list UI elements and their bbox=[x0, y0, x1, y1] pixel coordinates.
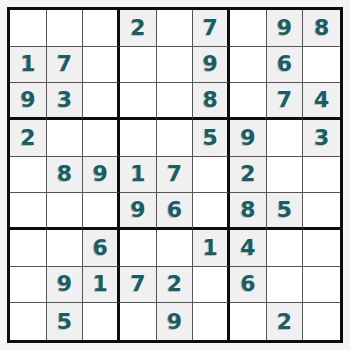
cell-r7c5[interactable] bbox=[157, 230, 194, 267]
cell-r2c6: 9 bbox=[193, 47, 230, 84]
cell-r3c6: 8 bbox=[193, 83, 230, 120]
cell-r4c6: 5 bbox=[193, 120, 230, 157]
cell-r1c5[interactable] bbox=[157, 10, 194, 47]
cell-r7c1[interactable] bbox=[10, 230, 47, 267]
cell-r9c8: 2 bbox=[267, 303, 304, 340]
cell-r9c9[interactable] bbox=[303, 303, 340, 340]
cell-r2c5[interactable] bbox=[157, 47, 194, 84]
cell-r8c2: 9 bbox=[47, 267, 84, 304]
cell-r5c7: 2 bbox=[230, 157, 267, 194]
cell-r4c7: 9 bbox=[230, 120, 267, 157]
cell-r1c6: 7 bbox=[193, 10, 230, 47]
cell-r9c1[interactable] bbox=[10, 303, 47, 340]
cell-r8c1[interactable] bbox=[10, 267, 47, 304]
cell-r2c1: 1 bbox=[10, 47, 47, 84]
cell-r6c8: 5 bbox=[267, 193, 304, 230]
cell-r3c7[interactable] bbox=[230, 83, 267, 120]
cell-r7c2[interactable] bbox=[47, 230, 84, 267]
cell-r3c5[interactable] bbox=[157, 83, 194, 120]
cell-r2c3[interactable] bbox=[83, 47, 120, 84]
cell-r4c8[interactable] bbox=[267, 120, 304, 157]
cell-r7c8[interactable] bbox=[267, 230, 304, 267]
cell-r8c5: 2 bbox=[157, 267, 194, 304]
cell-r1c8: 9 bbox=[267, 10, 304, 47]
cell-r8c4: 7 bbox=[120, 267, 157, 304]
cell-r6c6[interactable] bbox=[193, 193, 230, 230]
cell-r1c3[interactable] bbox=[83, 10, 120, 47]
cell-r3c3[interactable] bbox=[83, 83, 120, 120]
cell-r1c2[interactable] bbox=[47, 10, 84, 47]
cell-r4c1: 2 bbox=[10, 120, 47, 157]
cell-r4c9: 3 bbox=[303, 120, 340, 157]
cell-r2c7[interactable] bbox=[230, 47, 267, 84]
cell-r9c5: 9 bbox=[157, 303, 194, 340]
cell-r8c8[interactable] bbox=[267, 267, 304, 304]
cell-r9c4[interactable] bbox=[120, 303, 157, 340]
cell-r7c4[interactable] bbox=[120, 230, 157, 267]
cell-r3c1: 9 bbox=[10, 83, 47, 120]
cell-r6c3[interactable] bbox=[83, 193, 120, 230]
cell-r9c6[interactable] bbox=[193, 303, 230, 340]
cell-r3c4[interactable] bbox=[120, 83, 157, 120]
cell-r6c7: 8 bbox=[230, 193, 267, 230]
cell-r4c3[interactable] bbox=[83, 120, 120, 157]
cell-r8c9[interactable] bbox=[303, 267, 340, 304]
cell-r5c4: 1 bbox=[120, 157, 157, 194]
cell-r1c4: 2 bbox=[120, 10, 157, 47]
cell-r7c9[interactable] bbox=[303, 230, 340, 267]
cell-r6c5: 6 bbox=[157, 193, 194, 230]
cell-r3c9: 4 bbox=[303, 83, 340, 120]
cell-r2c9[interactable] bbox=[303, 47, 340, 84]
cell-r8c6[interactable] bbox=[193, 267, 230, 304]
cell-r6c9[interactable] bbox=[303, 193, 340, 230]
cell-r1c9: 8 bbox=[303, 10, 340, 47]
cell-r2c4[interactable] bbox=[120, 47, 157, 84]
cell-r6c4: 9 bbox=[120, 193, 157, 230]
cell-r2c2: 7 bbox=[47, 47, 84, 84]
cell-r9c2: 5 bbox=[47, 303, 84, 340]
cell-r6c1[interactable] bbox=[10, 193, 47, 230]
cell-r5c8[interactable] bbox=[267, 157, 304, 194]
cell-r3c2: 3 bbox=[47, 83, 84, 120]
cell-r5c9[interactable] bbox=[303, 157, 340, 194]
cell-r1c1[interactable] bbox=[10, 10, 47, 47]
cell-r5c2: 8 bbox=[47, 157, 84, 194]
cell-r1c7[interactable] bbox=[230, 10, 267, 47]
cell-r7c7: 4 bbox=[230, 230, 267, 267]
cell-r4c2[interactable] bbox=[47, 120, 84, 157]
cell-r5c3: 9 bbox=[83, 157, 120, 194]
cell-r5c6[interactable] bbox=[193, 157, 230, 194]
cell-r5c1[interactable] bbox=[10, 157, 47, 194]
cell-r4c4[interactable] bbox=[120, 120, 157, 157]
cell-r7c3: 6 bbox=[83, 230, 120, 267]
cell-r9c3[interactable] bbox=[83, 303, 120, 340]
cell-r8c7: 6 bbox=[230, 267, 267, 304]
board-container: 2798179693874259389172968561491726592 bbox=[0, 0, 350, 350]
cell-r6c2[interactable] bbox=[47, 193, 84, 230]
cell-r5c5: 7 bbox=[157, 157, 194, 194]
cell-r9c7[interactable] bbox=[230, 303, 267, 340]
cell-r7c6: 1 bbox=[193, 230, 230, 267]
cell-r4c5[interactable] bbox=[157, 120, 194, 157]
sudoku-board: 2798179693874259389172968561491726592 bbox=[7, 7, 343, 343]
cell-r3c8: 7 bbox=[267, 83, 304, 120]
cell-r8c3: 1 bbox=[83, 267, 120, 304]
cell-r2c8: 6 bbox=[267, 47, 304, 84]
